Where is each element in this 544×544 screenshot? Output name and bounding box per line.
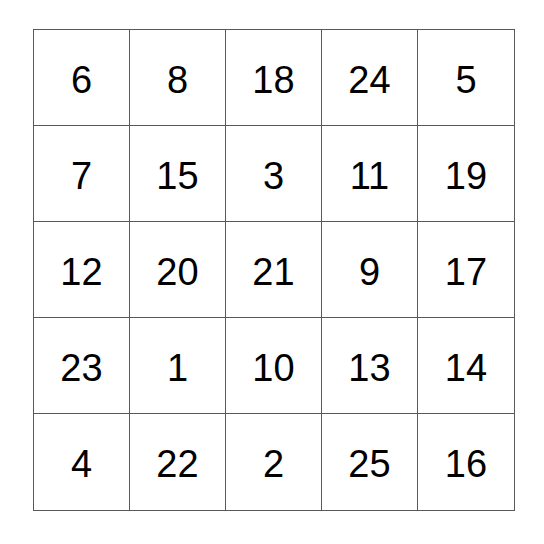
grid-cell-r2c1[interactable]: 7 xyxy=(34,126,130,222)
grid-cell-r5c4[interactable]: 25 xyxy=(322,414,418,510)
grid-cell-r1c5[interactable]: 5 xyxy=(418,30,514,126)
grid-cell-r3c3[interactable]: 21 xyxy=(226,222,322,318)
grid-cell-r1c4[interactable]: 24 xyxy=(322,30,418,126)
grid-cell-r2c4[interactable]: 11 xyxy=(322,126,418,222)
grid-cell-r4c3[interactable]: 10 xyxy=(226,318,322,414)
grid-cell-r3c1[interactable]: 12 xyxy=(34,222,130,318)
grid-cell-r3c4[interactable]: 9 xyxy=(322,222,418,318)
grid-cell-r4c4[interactable]: 13 xyxy=(322,318,418,414)
grid-cell-r2c5[interactable]: 19 xyxy=(418,126,514,222)
grid-cell-r1c2[interactable]: 8 xyxy=(130,30,226,126)
grid-cell-r1c3[interactable]: 18 xyxy=(226,30,322,126)
grid-cell-r5c3[interactable]: 2 xyxy=(226,414,322,510)
grid-cell-r4c5[interactable]: 14 xyxy=(418,318,514,414)
grid-cell-r3c5[interactable]: 17 xyxy=(418,222,514,318)
grid-cell-r1c1[interactable]: 6 xyxy=(34,30,130,126)
grid-cell-r3c2[interactable]: 20 xyxy=(130,222,226,318)
number-grid: 6818245715311191220219172311013144222251… xyxy=(33,29,515,511)
grid-cell-r5c5[interactable]: 16 xyxy=(418,414,514,510)
grid-cell-r5c1[interactable]: 4 xyxy=(34,414,130,510)
grid-cell-r5c2[interactable]: 22 xyxy=(130,414,226,510)
bingo-card: 6818245715311191220219172311013144222251… xyxy=(33,29,515,511)
grid-cell-r2c3[interactable]: 3 xyxy=(226,126,322,222)
grid-cell-r2c2[interactable]: 15 xyxy=(130,126,226,222)
grid-cell-r4c2[interactable]: 1 xyxy=(130,318,226,414)
grid-cell-r4c1[interactable]: 23 xyxy=(34,318,130,414)
